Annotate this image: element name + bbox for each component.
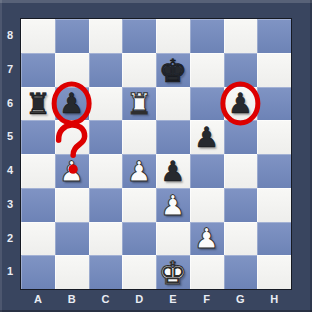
square-a1[interactable]	[21, 255, 55, 289]
square-f3[interactable]	[190, 188, 224, 222]
square-d5[interactable]	[122, 120, 156, 154]
square-c2[interactable]	[89, 222, 123, 256]
file-label-b: B	[55, 291, 89, 307]
square-e5[interactable]	[156, 120, 190, 154]
square-h3[interactable]	[257, 188, 291, 222]
square-d2[interactable]	[122, 222, 156, 256]
white-pawn-f2: ♟	[194, 225, 219, 253]
file-label-g: G	[224, 291, 258, 307]
square-c3[interactable]	[89, 188, 123, 222]
square-g2[interactable]	[224, 222, 258, 256]
square-c7[interactable]	[89, 53, 123, 87]
square-d4[interactable]: ♟	[122, 154, 156, 188]
square-f1[interactable]	[190, 255, 224, 289]
rank-label-4: 4	[0, 153, 20, 187]
square-a3[interactable]	[21, 188, 55, 222]
square-g8[interactable]	[224, 19, 258, 53]
square-f2[interactable]: ♟	[190, 222, 224, 256]
square-e6[interactable]	[156, 87, 190, 121]
square-c5[interactable]	[89, 120, 123, 154]
file-coordinates: ABCDEFGH	[21, 291, 291, 307]
black-king-e7: ♚	[159, 55, 188, 87]
file-label-e: E	[156, 291, 190, 307]
white-rook-d6: ♜	[126, 90, 152, 119]
square-f4[interactable]	[190, 154, 224, 188]
rank-label-8: 8	[0, 18, 20, 52]
square-h7[interactable]	[257, 53, 291, 87]
square-g1[interactable]	[224, 255, 258, 289]
square-a4[interactable]	[21, 154, 55, 188]
square-b5[interactable]	[55, 120, 89, 154]
square-b7[interactable]	[55, 53, 89, 87]
square-h8[interactable]	[257, 19, 291, 53]
black-pawn-f5: ♟	[194, 124, 219, 152]
square-f6[interactable]	[190, 87, 224, 121]
square-f8[interactable]	[190, 19, 224, 53]
square-h4[interactable]	[257, 154, 291, 188]
rank-coordinates: 87654321	[0, 18, 20, 290]
square-c4[interactable]	[89, 154, 123, 188]
square-d8[interactable]	[122, 19, 156, 53]
square-d7[interactable]	[122, 53, 156, 87]
white-pawn-d4: ♟	[127, 158, 152, 186]
rank-label-7: 7	[0, 52, 20, 86]
black-pawn-b6: ♟	[59, 90, 84, 118]
chess-diagram: ♚♜♟♜♟♟♟♟♟♟♟♚ 87654321 ABCDEFGH	[0, 0, 312, 312]
square-c8[interactable]	[89, 19, 123, 53]
square-h1[interactable]	[257, 255, 291, 289]
frame-bevel-right	[310, 0, 312, 312]
file-label-h: H	[257, 291, 291, 307]
rank-label-2: 2	[0, 221, 20, 255]
square-e3[interactable]: ♟	[156, 188, 190, 222]
file-label-f: F	[190, 291, 224, 307]
square-b6[interactable]: ♟	[55, 87, 89, 121]
square-e1[interactable]: ♚	[156, 255, 190, 289]
square-a6[interactable]: ♜	[21, 87, 55, 121]
square-g3[interactable]	[224, 188, 258, 222]
square-d3[interactable]	[122, 188, 156, 222]
square-b2[interactable]	[55, 222, 89, 256]
black-pawn-e4: ♟	[160, 158, 185, 186]
square-b1[interactable]	[55, 255, 89, 289]
square-g7[interactable]	[224, 53, 258, 87]
square-g4[interactable]	[224, 154, 258, 188]
square-a5[interactable]	[21, 120, 55, 154]
square-e8[interactable]	[156, 19, 190, 53]
rank-label-5: 5	[0, 119, 20, 153]
black-pawn-g6: ♟	[228, 90, 253, 118]
square-b4[interactable]: ♟	[55, 154, 89, 188]
file-label-c: C	[89, 291, 123, 307]
black-rook-a6: ♜	[25, 90, 51, 119]
square-c6[interactable]	[89, 87, 123, 121]
square-a7[interactable]	[21, 53, 55, 87]
square-b3[interactable]	[55, 188, 89, 222]
square-h6[interactable]	[257, 87, 291, 121]
square-a8[interactable]	[21, 19, 55, 53]
square-f7[interactable]	[190, 53, 224, 87]
rank-label-1: 1	[0, 254, 20, 288]
square-g5[interactable]	[224, 120, 258, 154]
square-g6[interactable]: ♟	[224, 87, 258, 121]
square-e2[interactable]	[156, 222, 190, 256]
rank-label-6: 6	[0, 86, 20, 120]
file-label-a: A	[21, 291, 55, 307]
white-pawn-e3: ♟	[160, 192, 185, 220]
square-e7[interactable]: ♚	[156, 53, 190, 87]
rank-label-3: 3	[0, 187, 20, 221]
square-f5[interactable]: ♟	[190, 120, 224, 154]
square-h2[interactable]	[257, 222, 291, 256]
square-d6[interactable]: ♜	[122, 87, 156, 121]
square-d1[interactable]	[122, 255, 156, 289]
square-c1[interactable]	[89, 255, 123, 289]
square-b8[interactable]	[55, 19, 89, 53]
frame-bevel-top	[0, 0, 312, 3]
square-h5[interactable]	[257, 120, 291, 154]
white-pawn-b4: ♟	[59, 158, 84, 186]
chess-board: ♚♜♟♜♟♟♟♟♟♟♟♚	[20, 18, 292, 290]
white-king-e1: ♚	[159, 257, 188, 289]
square-a2[interactable]	[21, 222, 55, 256]
square-e4[interactable]: ♟	[156, 154, 190, 188]
file-label-d: D	[122, 291, 156, 307]
